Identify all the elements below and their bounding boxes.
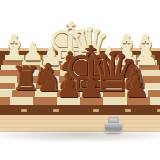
inlay-mark (53, 109, 59, 112)
square-b1 (10, 97, 33, 105)
board-shadow (0, 127, 160, 143)
inlay-mark (21, 109, 27, 112)
clasp-plate (105, 123, 122, 133)
inlay-mark (93, 109, 99, 112)
chess-set-photo: ♝♟♚♛♝♝♟♟♟♟♟♟♟♝♞♜♞♟♚♛♟♟♟♟ (0, 0, 160, 160)
square-a1 (0, 97, 10, 105)
square-h1 (150, 97, 160, 105)
inlay-mark (157, 109, 160, 112)
metal-clasp-icon[interactable] (105, 117, 122, 134)
board-frame-front (0, 105, 160, 116)
inlay-mark (125, 109, 131, 112)
chess-piece-dark-pawn[interactable]: ♟ (77, 73, 106, 102)
chess-piece-dark-pawn[interactable]: ♟ (122, 73, 151, 102)
